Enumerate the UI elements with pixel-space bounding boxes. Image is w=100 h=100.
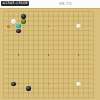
stone-white-C17 — [11, 19, 15, 23]
stone-black-C4 — [11, 82, 15, 86]
stone-black-F3 — [26, 86, 30, 90]
go-app-screen: 41343-13508 98.7% — [0, 0, 100, 100]
star-point — [48, 26, 49, 27]
stone-white-Q4 — [76, 82, 80, 86]
stone-black-D15 — [16, 29, 20, 33]
star-point — [18, 83, 19, 84]
stone-white-Q16 — [76, 24, 80, 28]
go-board[interactable] — [0, 8, 100, 100]
marker-green-E17 — [21, 19, 25, 23]
win-rate-label: 98.7% — [59, 1, 72, 6]
board-grid-box — [1, 9, 96, 100]
star-point — [48, 54, 49, 55]
stones-layer — [1, 9, 96, 100]
game-id-badge[interactable]: 41343-13508 — [1, 1, 29, 6]
stone-black-E18 — [21, 14, 25, 18]
star-point — [48, 83, 49, 84]
marker-cyan-D16 — [16, 24, 20, 28]
marker-orange-B16 — [7, 25, 10, 28]
star-point — [18, 54, 19, 55]
header-bar: 41343-13508 98.7% — [0, 0, 100, 8]
star-point — [78, 54, 79, 55]
